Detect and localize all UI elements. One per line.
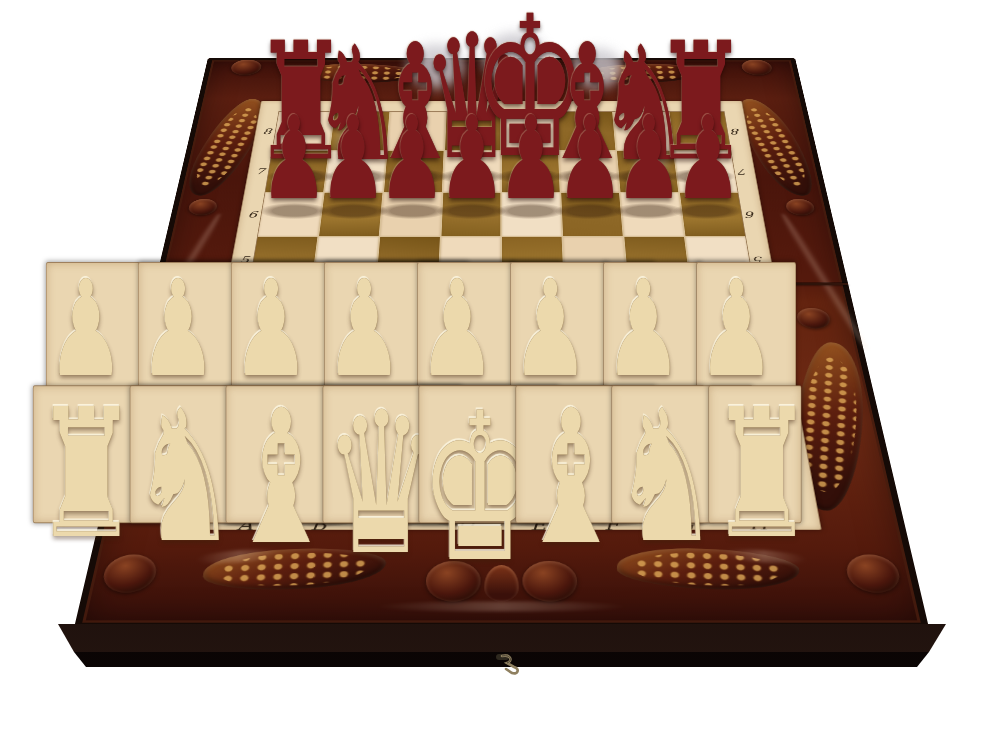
carved-center-diamond bbox=[483, 565, 518, 601]
file-label-h: H bbox=[747, 517, 768, 533]
rank-label-right-3: 3 bbox=[770, 355, 782, 366]
square-c1[interactable] bbox=[356, 447, 430, 508]
square-a4[interactable] bbox=[241, 284, 311, 333]
square-d4[interactable] bbox=[437, 284, 501, 333]
rank-label-right-1: 1 bbox=[790, 470, 803, 482]
square-a6[interactable] bbox=[257, 193, 322, 236]
square-c6[interactable] bbox=[380, 193, 441, 236]
square-h8[interactable] bbox=[669, 112, 730, 150]
blur-glint-2 bbox=[572, 48, 622, 88]
chess-board bbox=[211, 112, 791, 508]
photo-canvas: Chess 8765432187654321ABCDEFGH ♜♞♝♛♚♝♞♜♟… bbox=[0, 0, 1000, 750]
carved-knob-8 bbox=[424, 561, 480, 602]
square-d1[interactable] bbox=[429, 447, 500, 508]
rank-label-right-5: 5 bbox=[752, 255, 763, 264]
square-g5[interactable] bbox=[624, 237, 689, 283]
rank-label-left-4: 4 bbox=[229, 304, 241, 314]
rank-label-left-6: 6 bbox=[247, 210, 258, 219]
square-e7[interactable] bbox=[502, 151, 560, 192]
file-label-a: A bbox=[236, 517, 254, 533]
square-e1[interactable] bbox=[502, 447, 573, 508]
square-e3[interactable] bbox=[502, 335, 568, 388]
rank-label-right-6: 6 bbox=[745, 210, 756, 219]
rank-label-right-7: 7 bbox=[737, 167, 748, 175]
square-d3[interactable] bbox=[434, 335, 500, 388]
file-label-d: D bbox=[455, 517, 473, 533]
square-f3[interactable] bbox=[567, 335, 635, 388]
square-e2[interactable] bbox=[502, 389, 570, 446]
square-f6[interactable] bbox=[561, 193, 622, 236]
square-e8[interactable] bbox=[502, 112, 558, 150]
square-c5[interactable] bbox=[376, 237, 440, 283]
square-f7[interactable] bbox=[559, 151, 618, 192]
square-a2[interactable] bbox=[222, 389, 298, 446]
square-e5[interactable] bbox=[502, 237, 564, 283]
chess-box-lid: 8765432187654321ABCDEFGH bbox=[74, 58, 929, 628]
carved-knob-9 bbox=[522, 561, 578, 602]
square-g1[interactable] bbox=[642, 447, 718, 508]
file-label-e: E bbox=[530, 517, 546, 533]
square-b2[interactable] bbox=[292, 389, 365, 446]
blur-glint-1 bbox=[483, 33, 547, 83]
square-c4[interactable] bbox=[371, 284, 437, 333]
file-label-c: C bbox=[382, 517, 400, 533]
square-a3[interactable] bbox=[231, 335, 304, 388]
rank-label-left-2: 2 bbox=[210, 411, 223, 422]
square-h4[interactable] bbox=[691, 284, 761, 333]
square-c3[interactable] bbox=[367, 335, 435, 388]
square-h7[interactable] bbox=[674, 151, 737, 192]
square-a8[interactable] bbox=[272, 112, 333, 150]
square-h6[interactable] bbox=[679, 193, 744, 236]
square-b6[interactable] bbox=[318, 193, 381, 236]
square-a5[interactable] bbox=[249, 237, 316, 283]
rank-label-left-5: 5 bbox=[238, 255, 249, 264]
square-a7[interactable] bbox=[265, 151, 328, 192]
blur-glint-0 bbox=[408, 44, 464, 88]
square-f2[interactable] bbox=[569, 389, 640, 446]
gloss-highlight-4 bbox=[374, 602, 628, 612]
square-h3[interactable] bbox=[698, 335, 771, 388]
square-d2[interactable] bbox=[432, 389, 500, 446]
square-f1[interactable] bbox=[572, 447, 646, 508]
square-f4[interactable] bbox=[565, 284, 631, 333]
rank-label-right-8: 8 bbox=[730, 127, 740, 135]
rank-label-left-8: 8 bbox=[262, 127, 272, 135]
rank-label-left-1: 1 bbox=[199, 470, 212, 482]
hinge-seam bbox=[154, 283, 848, 285]
square-h5[interactable] bbox=[685, 237, 752, 283]
square-d8[interactable] bbox=[444, 112, 500, 150]
square-f5[interactable] bbox=[563, 237, 627, 283]
rank-label-right-2: 2 bbox=[779, 411, 792, 422]
square-e6[interactable] bbox=[502, 193, 562, 236]
square-c8[interactable] bbox=[387, 112, 445, 150]
square-h2[interactable] bbox=[705, 389, 781, 446]
square-b4[interactable] bbox=[306, 284, 374, 333]
square-d6[interactable] bbox=[441, 193, 501, 236]
square-b3[interactable] bbox=[299, 335, 369, 388]
rank-label-left-7: 7 bbox=[254, 167, 265, 175]
blur-glint-4 bbox=[339, 124, 365, 176]
square-g2[interactable] bbox=[637, 389, 710, 446]
blur-glint-3 bbox=[637, 118, 667, 178]
square-d5[interactable] bbox=[439, 237, 501, 283]
square-g4[interactable] bbox=[628, 284, 696, 333]
file-label-b: B bbox=[309, 517, 327, 533]
file-label-g: G bbox=[675, 517, 694, 533]
square-g3[interactable] bbox=[632, 335, 702, 388]
rank-label-right-4: 4 bbox=[761, 304, 773, 314]
brass-latch-icon bbox=[492, 653, 526, 683]
square-f8[interactable] bbox=[557, 112, 615, 150]
square-c2[interactable] bbox=[362, 389, 433, 446]
square-d7[interactable] bbox=[443, 151, 501, 192]
square-b5[interactable] bbox=[312, 237, 377, 283]
file-label-f: F bbox=[603, 517, 619, 533]
square-g6[interactable] bbox=[620, 193, 683, 236]
square-a1[interactable] bbox=[211, 447, 290, 508]
square-e4[interactable] bbox=[502, 284, 566, 333]
square-h1[interactable] bbox=[712, 447, 791, 508]
rank-label-left-3: 3 bbox=[220, 355, 232, 366]
square-c7[interactable] bbox=[383, 151, 442, 192]
square-b1[interactable] bbox=[284, 447, 360, 508]
